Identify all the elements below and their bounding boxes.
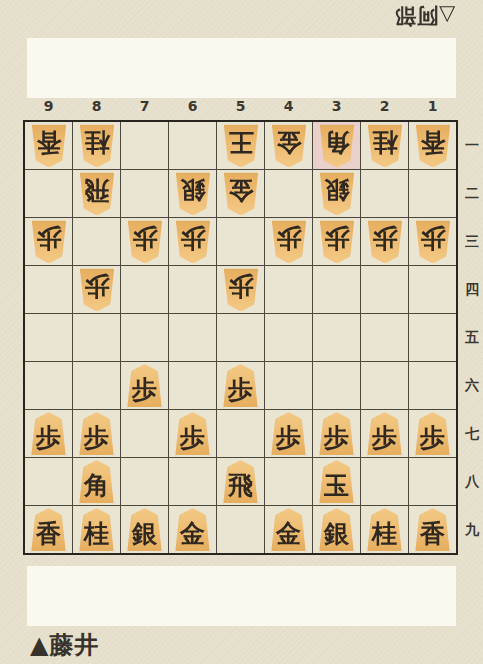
rank-label: 五 <box>463 314 481 361</box>
board-square-4八[interactable] <box>265 458 312 505</box>
piece-kanji: 香 <box>420 514 445 546</box>
file-label: 6 <box>169 98 216 114</box>
board-square-2七[interactable]: 歩 <box>361 410 408 457</box>
board-square-3六[interactable] <box>313 362 360 409</box>
piece-kanji: 歩 <box>132 370 157 402</box>
board-square-6七[interactable]: 歩 <box>169 410 216 457</box>
piece-kanji: 歩 <box>372 418 397 450</box>
piece-歩-gote: 歩 <box>269 220 308 263</box>
board-square-8三[interactable] <box>73 218 120 265</box>
board-square-5五[interactable] <box>217 314 264 361</box>
piece-歩-gote: 歩 <box>365 220 404 263</box>
board-square-5一[interactable]: 王 <box>217 122 264 169</box>
rank-label: 七 <box>463 410 481 457</box>
board-square-7七[interactable] <box>121 410 168 457</box>
board-square-9四[interactable] <box>25 266 72 313</box>
piece-kanji: 金 <box>276 130 301 162</box>
piece-香-gote: 香 <box>413 124 452 167</box>
board-square-2九[interactable]: 桂 <box>361 506 408 553</box>
piece-歩-sente: 歩 <box>221 364 260 407</box>
piece-kanji: 歩 <box>84 418 109 450</box>
piece-kanji: 香 <box>36 130 61 162</box>
board-square-9一[interactable]: 香 <box>25 122 72 169</box>
piece-kanji: 歩 <box>324 226 349 258</box>
board-square-9九[interactable]: 香 <box>25 506 72 553</box>
rank-label: 八 <box>463 458 481 505</box>
piece-歩-sente: 歩 <box>269 412 308 455</box>
piece-飛-sente: 飛 <box>221 460 260 503</box>
sente-player-label: ▲藤井 <box>30 629 99 661</box>
piece-金-gote: 金 <box>269 124 308 167</box>
board-square-6一[interactable] <box>169 122 216 169</box>
board-square-3九[interactable]: 銀 <box>313 506 360 553</box>
piece-香-gote: 香 <box>29 124 68 167</box>
piece-歩-gote: 歩 <box>221 268 260 311</box>
piece-歩-gote: 歩 <box>173 220 212 263</box>
board-square-9三[interactable]: 歩 <box>25 218 72 265</box>
file-label: 1 <box>409 98 456 114</box>
rank-label: 三 <box>463 218 481 265</box>
board-square-1五[interactable] <box>409 314 456 361</box>
board-square-8七[interactable]: 歩 <box>73 410 120 457</box>
piece-kanji: 玉 <box>324 466 349 498</box>
board-square-1一[interactable]: 香 <box>409 122 456 169</box>
board-square-7二[interactable] <box>121 170 168 217</box>
board-square-1三[interactable]: 歩 <box>409 218 456 265</box>
board-square-4七[interactable]: 歩 <box>265 410 312 457</box>
rank-label: 二 <box>463 170 481 217</box>
piece-銀-gote: 銀 <box>317 172 356 215</box>
board-square-4二[interactable] <box>265 170 312 217</box>
file-label: 7 <box>121 98 168 114</box>
board-square-6五[interactable] <box>169 314 216 361</box>
piece-kanji: 桂 <box>84 514 109 546</box>
piece-kanji: 飛 <box>84 178 109 210</box>
file-label: 5 <box>217 98 264 114</box>
file-label: 8 <box>73 98 120 114</box>
piece-kanji: 王 <box>228 130 253 162</box>
piece-kanji: 歩 <box>36 226 61 258</box>
piece-kanji: 香 <box>36 514 61 546</box>
board-square-8九[interactable]: 桂 <box>73 506 120 553</box>
board-square-2八[interactable] <box>361 458 408 505</box>
board-square-7一[interactable] <box>121 122 168 169</box>
piece-kanji: 歩 <box>420 418 445 450</box>
board-square-3三[interactable]: 歩 <box>313 218 360 265</box>
board-square-5七[interactable] <box>217 410 264 457</box>
piece-kanji: 歩 <box>276 418 301 450</box>
piece-kanji: 銀 <box>180 178 205 210</box>
file-label: 3 <box>313 98 360 114</box>
board-square-5二[interactable]: 金 <box>217 170 264 217</box>
piece-kanji: 歩 <box>36 418 61 450</box>
board-square-4六[interactable] <box>265 362 312 409</box>
piece-歩-gote: 歩 <box>77 268 116 311</box>
piece-kanji: 歩 <box>180 418 205 450</box>
board-square-8二[interactable]: 飛 <box>73 170 120 217</box>
piece-桂-sente: 桂 <box>365 508 404 551</box>
piece-香-sente: 香 <box>29 508 68 551</box>
piece-kanji: 香 <box>420 130 445 162</box>
piece-玉-sente: 玉 <box>317 460 356 503</box>
piece-歩-sente: 歩 <box>413 412 452 455</box>
piece-kanji: 歩 <box>372 226 397 258</box>
board-square-9二[interactable] <box>25 170 72 217</box>
board-square-1九[interactable]: 香 <box>409 506 456 553</box>
board-square-4一[interactable]: 金 <box>265 122 312 169</box>
board-square-6八[interactable] <box>169 458 216 505</box>
piece-歩-sente: 歩 <box>77 412 116 455</box>
board-square-7九[interactable]: 銀 <box>121 506 168 553</box>
piece-歩-gote: 歩 <box>125 220 164 263</box>
piece-歩-sente: 歩 <box>173 412 212 455</box>
board-square-3一[interactable]: 角 <box>313 122 360 169</box>
board: 香桂王金角桂香飛銀金銀歩歩歩歩歩歩歩歩歩歩歩歩歩歩歩歩歩歩角飛玉香桂銀金金銀桂香 <box>23 120 458 555</box>
piece-kanji: 角 <box>324 130 349 162</box>
board-square-2三[interactable]: 歩 <box>361 218 408 265</box>
piece-kanji: 歩 <box>420 226 445 258</box>
piece-kanji: 桂 <box>372 514 397 546</box>
board-square-4九[interactable]: 金 <box>265 506 312 553</box>
rank-label: 九 <box>463 506 481 553</box>
board-square-9五[interactable] <box>25 314 72 361</box>
piece-kanji: 金 <box>180 514 205 546</box>
rank-coordinates: 一二三四五六七八九 <box>463 122 481 553</box>
file-label: 4 <box>265 98 312 114</box>
board-square-7六[interactable]: 歩 <box>121 362 168 409</box>
board-square-9六[interactable] <box>25 362 72 409</box>
piece-kanji: 銀 <box>132 514 157 546</box>
piece-kanji: 桂 <box>84 130 109 162</box>
board-square-6六[interactable] <box>169 362 216 409</box>
board-square-2四[interactable] <box>361 266 408 313</box>
board-square-4四[interactable] <box>265 266 312 313</box>
board-square-7四[interactable] <box>121 266 168 313</box>
piece-歩-sente: 歩 <box>29 412 68 455</box>
board-square-2六[interactable] <box>361 362 408 409</box>
piece-kanji: 飛 <box>228 466 253 498</box>
piece-金-gote: 金 <box>221 172 260 215</box>
piece-角-sente: 角 <box>77 460 116 503</box>
board-square-6二[interactable]: 銀 <box>169 170 216 217</box>
piece-歩-sente: 歩 <box>317 412 356 455</box>
board-square-3五[interactable] <box>313 314 360 361</box>
piece-kanji: 金 <box>228 178 253 210</box>
board-square-1八[interactable] <box>409 458 456 505</box>
board-square-1四[interactable] <box>409 266 456 313</box>
piece-銀-sente: 銀 <box>317 508 356 551</box>
board-square-1二[interactable] <box>409 170 456 217</box>
board-square-2一[interactable]: 桂 <box>361 122 408 169</box>
file-coordinates: 987654321 <box>25 98 456 114</box>
piece-kanji: 桂 <box>372 130 397 162</box>
piece-kanji: 歩 <box>180 226 205 258</box>
piece-金-sente: 金 <box>173 508 212 551</box>
piece-歩-gote: 歩 <box>29 220 68 263</box>
board-square-2二[interactable] <box>361 170 408 217</box>
piece-kanji: 歩 <box>132 226 157 258</box>
board-square-4五[interactable] <box>265 314 312 361</box>
piece-金-sente: 金 <box>269 508 308 551</box>
board-square-5三[interactable] <box>217 218 264 265</box>
board-square-8四[interactable]: 歩 <box>73 266 120 313</box>
board-square-8五[interactable] <box>73 314 120 361</box>
rank-label: 四 <box>463 266 481 313</box>
board-square-3八[interactable]: 玉 <box>313 458 360 505</box>
rank-label: 六 <box>463 362 481 409</box>
piece-kanji: 歩 <box>324 418 349 450</box>
board-square-5八[interactable]: 飛 <box>217 458 264 505</box>
board-square-5九[interactable] <box>217 506 264 553</box>
board-square-2五[interactable] <box>361 314 408 361</box>
board-square-4三[interactable]: 歩 <box>265 218 312 265</box>
piece-kanji: 銀 <box>324 178 349 210</box>
piece-kanji: 歩 <box>228 274 253 306</box>
piece-角-gote: 角 <box>317 124 356 167</box>
board-square-7八[interactable] <box>121 458 168 505</box>
board-square-6九[interactable]: 金 <box>169 506 216 553</box>
piece-銀-gote: 銀 <box>173 172 212 215</box>
board-square-3四[interactable] <box>313 266 360 313</box>
board-square-3七[interactable]: 歩 <box>313 410 360 457</box>
file-label: 9 <box>25 98 72 114</box>
board-square-9八[interactable] <box>25 458 72 505</box>
board-square-8一[interactable]: 桂 <box>73 122 120 169</box>
board-square-8八[interactable]: 角 <box>73 458 120 505</box>
board-square-7五[interactable] <box>121 314 168 361</box>
board-square-1七[interactable]: 歩 <box>409 410 456 457</box>
piece-王-gote: 王 <box>221 124 260 167</box>
piece-桂-sente: 桂 <box>77 508 116 551</box>
board-square-7三[interactable]: 歩 <box>121 218 168 265</box>
piece-銀-sente: 銀 <box>125 508 164 551</box>
piece-歩-sente: 歩 <box>365 412 404 455</box>
board-square-5六[interactable]: 歩 <box>217 362 264 409</box>
piece-kanji: 歩 <box>228 370 253 402</box>
gote-player-label: △阿部 <box>394 2 455 30</box>
file-label: 2 <box>361 98 408 114</box>
piece-kanji: 金 <box>276 514 301 546</box>
piece-kanji: 銀 <box>324 514 349 546</box>
sente-hand-tray <box>27 566 456 626</box>
piece-桂-gote: 桂 <box>77 124 116 167</box>
piece-飛-gote: 飛 <box>77 172 116 215</box>
piece-kanji: 角 <box>84 466 109 498</box>
piece-歩-gote: 歩 <box>413 220 452 263</box>
piece-歩-sente: 歩 <box>125 364 164 407</box>
board-square-3二[interactable]: 銀 <box>313 170 360 217</box>
gote-hand-tray <box>27 38 456 98</box>
board-square-6三[interactable]: 歩 <box>169 218 216 265</box>
shogi-app-screen: △阿部 987654321 香桂王金角桂香飛銀金銀歩歩歩歩歩歩歩歩歩歩歩歩歩歩歩… <box>0 0 483 664</box>
board-square-5四[interactable]: 歩 <box>217 266 264 313</box>
board-square-9七[interactable]: 歩 <box>25 410 72 457</box>
piece-kanji: 歩 <box>276 226 301 258</box>
board-square-1六[interactable] <box>409 362 456 409</box>
piece-香-sente: 香 <box>413 508 452 551</box>
piece-歩-gote: 歩 <box>317 220 356 263</box>
board-square-8六[interactable] <box>73 362 120 409</box>
piece-kanji: 歩 <box>84 274 109 306</box>
rank-label: 一 <box>463 122 481 169</box>
board-square-6四[interactable] <box>169 266 216 313</box>
piece-桂-gote: 桂 <box>365 124 404 167</box>
